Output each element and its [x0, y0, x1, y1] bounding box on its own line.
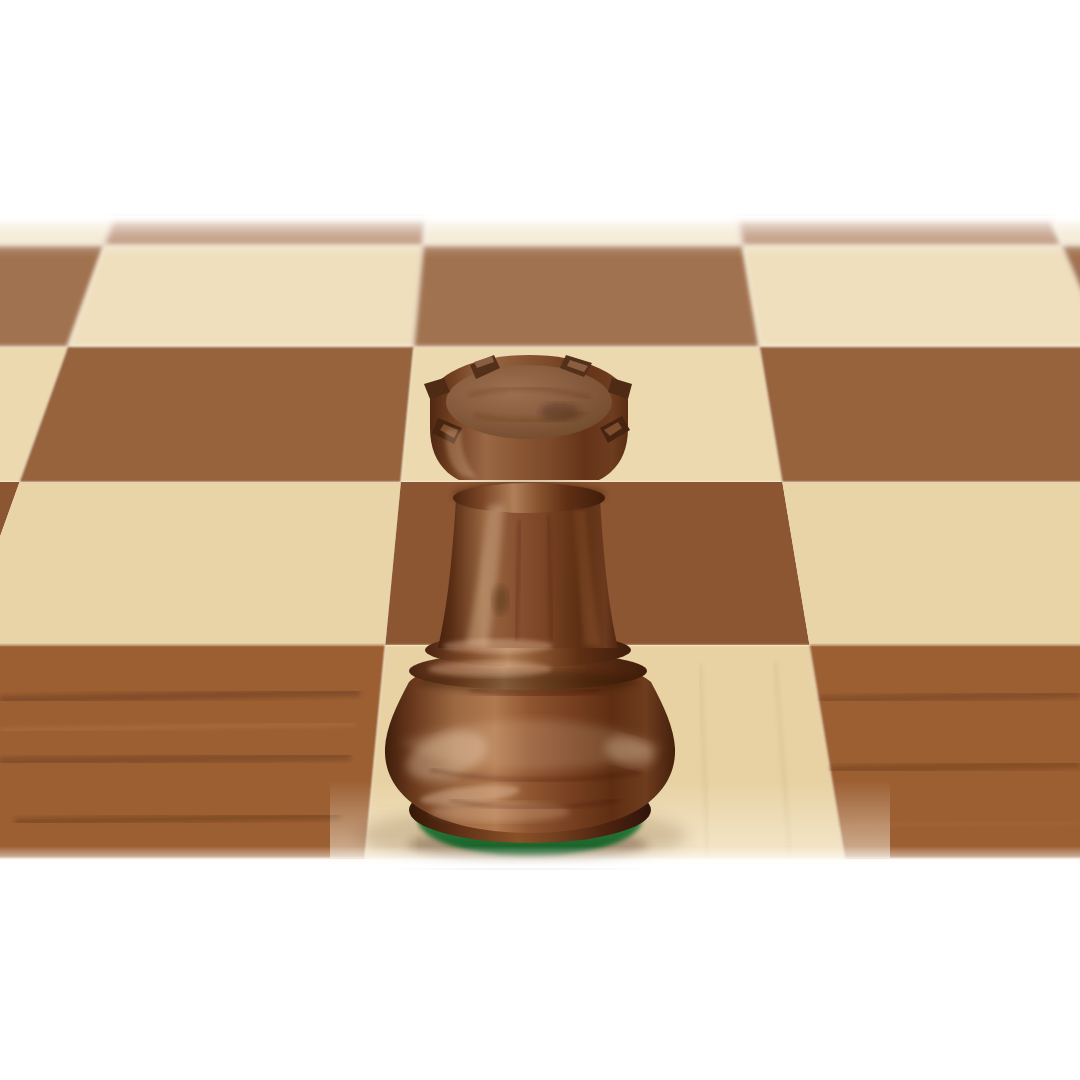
board-square: [68, 246, 424, 347]
chessboard-photo: [0, 0, 1080, 1080]
photo-stage: [0, 0, 1080, 1080]
board-square: [760, 347, 1080, 482]
rook-neck-ring: [453, 483, 605, 513]
board-square: [782, 482, 1080, 645]
far-edge-haze: [0, 216, 1080, 258]
board-square: [0, 482, 401, 645]
board-square: [20, 347, 414, 482]
board-square: [0, 645, 385, 858]
rook-turret-top-face: [446, 365, 612, 439]
board-square: [743, 246, 1080, 347]
near-edge-fade: [0, 846, 1080, 868]
board-square: [414, 246, 760, 347]
